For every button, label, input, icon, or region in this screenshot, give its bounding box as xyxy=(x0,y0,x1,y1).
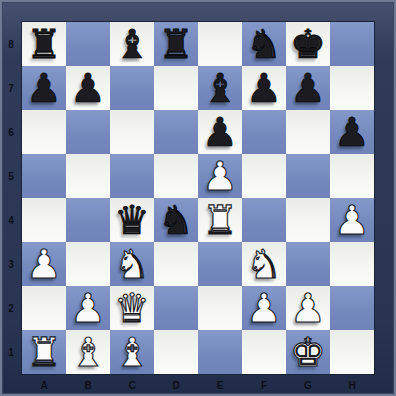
square-b5[interactable] xyxy=(66,154,110,198)
rank-label-2: 2 xyxy=(0,286,22,330)
square-h5[interactable] xyxy=(330,154,374,198)
square-h4[interactable]: ♟ xyxy=(330,198,374,242)
rank-label-5: 5 xyxy=(0,154,22,198)
square-c8[interactable]: ♝ xyxy=(110,22,154,66)
rank-label-6: 6 xyxy=(0,110,22,154)
square-a1[interactable]: ♜ xyxy=(22,330,66,374)
square-a3[interactable]: ♟ xyxy=(22,242,66,286)
rank-label-4: 4 xyxy=(0,198,22,242)
piece-white-bishop[interactable]: ♝ xyxy=(110,330,154,374)
square-e5[interactable]: ♟ xyxy=(198,154,242,198)
square-h1[interactable] xyxy=(330,330,374,374)
file-label-g: G xyxy=(286,374,330,396)
piece-white-pawn[interactable]: ♟ xyxy=(22,242,66,286)
square-d7[interactable] xyxy=(154,66,198,110)
file-label-f: F xyxy=(242,374,286,396)
square-b3[interactable] xyxy=(66,242,110,286)
rank-labels: 87654321 xyxy=(0,22,22,374)
square-f4[interactable] xyxy=(242,198,286,242)
piece-white-rook[interactable]: ♜ xyxy=(22,330,66,374)
square-h7[interactable] xyxy=(330,66,374,110)
square-f8[interactable]: ♞ xyxy=(242,22,286,66)
square-b8[interactable] xyxy=(66,22,110,66)
piece-white-knight[interactable]: ♞ xyxy=(242,242,286,286)
square-d8[interactable]: ♜ xyxy=(154,22,198,66)
square-f6[interactable] xyxy=(242,110,286,154)
square-e8[interactable] xyxy=(198,22,242,66)
file-label-d: D xyxy=(154,374,198,396)
file-labels: ABCDEFGH xyxy=(22,374,374,396)
piece-white-bishop[interactable]: ♝ xyxy=(66,330,110,374)
square-c4[interactable]: ♛ xyxy=(110,198,154,242)
square-f3[interactable]: ♞ xyxy=(242,242,286,286)
square-g2[interactable]: ♟ xyxy=(286,286,330,330)
square-b1[interactable]: ♝ xyxy=(66,330,110,374)
square-g1[interactable]: ♚ xyxy=(286,330,330,374)
square-g3[interactable] xyxy=(286,242,330,286)
square-g8[interactable]: ♚ xyxy=(286,22,330,66)
square-a2[interactable] xyxy=(22,286,66,330)
piece-white-pawn[interactable]: ♟ xyxy=(66,286,110,330)
piece-white-pawn[interactable]: ♟ xyxy=(286,286,330,330)
piece-black-pawn[interactable]: ♟ xyxy=(66,66,110,110)
square-h3[interactable] xyxy=(330,242,374,286)
piece-black-king[interactable]: ♚ xyxy=(286,22,330,66)
square-d1[interactable] xyxy=(154,330,198,374)
piece-black-rook[interactable]: ♜ xyxy=(22,22,66,66)
piece-black-queen[interactable]: ♛ xyxy=(110,198,154,242)
square-e1[interactable] xyxy=(198,330,242,374)
square-a4[interactable] xyxy=(22,198,66,242)
square-g4[interactable] xyxy=(286,198,330,242)
piece-black-knight[interactable]: ♞ xyxy=(242,22,286,66)
square-c6[interactable] xyxy=(110,110,154,154)
piece-black-pawn[interactable]: ♟ xyxy=(242,66,286,110)
piece-white-pawn[interactable]: ♟ xyxy=(198,154,242,198)
piece-black-pawn[interactable]: ♟ xyxy=(330,110,374,154)
piece-black-rook[interactable]: ♜ xyxy=(154,22,198,66)
square-a8[interactable]: ♜ xyxy=(22,22,66,66)
piece-black-pawn[interactable]: ♟ xyxy=(22,66,66,110)
square-e3[interactable] xyxy=(198,242,242,286)
square-c5[interactable] xyxy=(110,154,154,198)
rank-label-1: 1 xyxy=(0,330,22,374)
square-d4[interactable]: ♞ xyxy=(154,198,198,242)
square-e6[interactable]: ♟ xyxy=(198,110,242,154)
piece-white-pawn[interactable]: ♟ xyxy=(242,286,286,330)
square-b7[interactable]: ♟ xyxy=(66,66,110,110)
square-d2[interactable] xyxy=(154,286,198,330)
square-a7[interactable]: ♟ xyxy=(22,66,66,110)
piece-white-pawn[interactable]: ♟ xyxy=(330,198,374,242)
square-g5[interactable] xyxy=(286,154,330,198)
rank-label-3: 3 xyxy=(0,242,22,286)
piece-black-pawn[interactable]: ♟ xyxy=(286,66,330,110)
square-h8[interactable] xyxy=(330,22,374,66)
square-b6[interactable] xyxy=(66,110,110,154)
square-b2[interactable]: ♟ xyxy=(66,286,110,330)
rank-label-8: 8 xyxy=(0,22,22,66)
square-h6[interactable]: ♟ xyxy=(330,110,374,154)
square-e4[interactable]: ♜ xyxy=(198,198,242,242)
square-d3[interactable] xyxy=(154,242,198,286)
square-f5[interactable] xyxy=(242,154,286,198)
square-a6[interactable] xyxy=(22,110,66,154)
square-a5[interactable] xyxy=(22,154,66,198)
piece-white-rook[interactable]: ♜ xyxy=(198,198,242,242)
square-h2[interactable] xyxy=(330,286,374,330)
square-c1[interactable]: ♝ xyxy=(110,330,154,374)
piece-black-bishop[interactable]: ♝ xyxy=(110,22,154,66)
piece-white-knight[interactable]: ♞ xyxy=(110,242,154,286)
square-d6[interactable] xyxy=(154,110,198,154)
square-f2[interactable]: ♟ xyxy=(242,286,286,330)
piece-white-queen[interactable]: ♛ xyxy=(110,286,154,330)
chess-board: ♜♝♜♞♚♟♟♝♟♟♟♟♟♛♞♜♟♟♞♞♟♛♟♟♜♝♝♚ xyxy=(22,22,374,374)
piece-white-king[interactable]: ♚ xyxy=(286,330,330,374)
square-d5[interactable] xyxy=(154,154,198,198)
square-f1[interactable] xyxy=(242,330,286,374)
square-b4[interactable] xyxy=(66,198,110,242)
square-f7[interactable]: ♟ xyxy=(242,66,286,110)
square-e2[interactable] xyxy=(198,286,242,330)
square-c7[interactable] xyxy=(110,66,154,110)
file-label-a: A xyxy=(22,374,66,396)
chess-board-widget: 87654321 ABCDEFGH ♜♝♜♞♚♟♟♝♟♟♟♟♟♛♞♜♟♟♞♞♟♛… xyxy=(0,0,396,396)
square-g6[interactable] xyxy=(286,110,330,154)
piece-black-bishop[interactable]: ♝ xyxy=(198,66,242,110)
square-c2[interactable]: ♛ xyxy=(110,286,154,330)
piece-black-pawn[interactable]: ♟ xyxy=(198,110,242,154)
file-label-c: C xyxy=(110,374,154,396)
file-label-b: B xyxy=(66,374,110,396)
file-label-e: E xyxy=(198,374,242,396)
piece-black-knight[interactable]: ♞ xyxy=(154,198,198,242)
square-e7[interactable]: ♝ xyxy=(198,66,242,110)
square-c3[interactable]: ♞ xyxy=(110,242,154,286)
rank-label-7: 7 xyxy=(0,66,22,110)
square-g7[interactable]: ♟ xyxy=(286,66,330,110)
file-label-h: H xyxy=(330,374,374,396)
